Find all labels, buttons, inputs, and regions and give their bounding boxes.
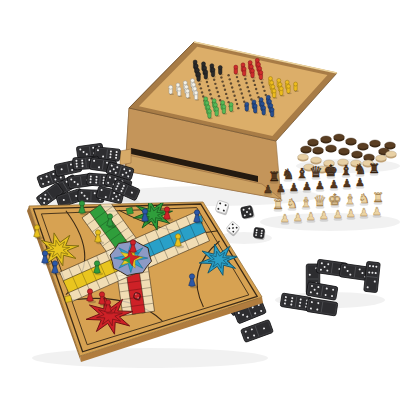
board-hole (250, 98, 252, 100)
domino-chain (280, 259, 380, 316)
board-hole (218, 95, 220, 97)
checker-disc (346, 138, 357, 145)
board-hole (215, 87, 217, 89)
chess-piece: ♟ (280, 212, 290, 225)
board-hole (209, 93, 211, 95)
board-hole (233, 95, 235, 97)
board-hole (255, 88, 257, 90)
board-hole (232, 90, 234, 92)
board-hole (265, 94, 267, 96)
chess-piece: ♟ (372, 205, 382, 218)
chess-pieces: ♜♞♝♛♚♝♞♜♟♟♟♟♟♟♟♟♜♞♝♛♚♝♞♜♟♟♟♟♟♟♟♟ (263, 161, 384, 225)
board-hole (199, 83, 201, 85)
chess-piece: ♟ (302, 180, 312, 193)
chess-piece: ♟ (289, 181, 299, 194)
chess-glyph: ♟ (315, 179, 325, 192)
domino-tile (241, 320, 274, 343)
chess-piece: ♟ (346, 207, 356, 220)
board-hole (227, 74, 229, 76)
board-hole (231, 86, 233, 88)
chess-piece: ♝ (340, 162, 353, 178)
board-hole (263, 90, 265, 92)
chess-glyph: ♟ (306, 210, 316, 223)
chess-glyph: ♞ (286, 196, 298, 211)
board-hole (208, 89, 210, 91)
chess-glyph: ♜ (272, 197, 284, 212)
chess-piece: ♝ (300, 194, 313, 210)
chess-glyph: ♛ (313, 192, 326, 210)
board-hole (217, 91, 219, 93)
board-hole (242, 96, 244, 98)
chess-glyph: ♝ (344, 191, 357, 207)
board-hole (214, 83, 216, 85)
chess-glyph: ♜ (372, 190, 384, 205)
board-hole (221, 80, 223, 82)
board-hole (256, 92, 258, 94)
chess-glyph: ♟ (276, 182, 286, 195)
board-hole (249, 94, 251, 96)
chess-piece: ♞ (354, 161, 367, 177)
board-hole (237, 107, 239, 109)
checker-disc (308, 139, 319, 146)
checker-disc (352, 151, 363, 158)
die-black (253, 227, 266, 240)
board-hole (244, 78, 246, 80)
chess-piece: ♟ (355, 176, 365, 189)
board-hole (247, 86, 249, 88)
board-hole (224, 89, 226, 91)
chess-glyph: ♜ (368, 161, 380, 176)
chess-glyph: ♟ (355, 176, 365, 189)
board-hole (243, 101, 245, 103)
board-hole (225, 93, 227, 95)
board-hole (237, 80, 239, 82)
chess-glyph: ♟ (342, 177, 352, 190)
chess-glyph: ♟ (359, 206, 369, 219)
chess-piece: ♞ (282, 166, 295, 182)
chess-piece: ♜ (372, 190, 384, 205)
drawer-edge (120, 149, 131, 165)
board-hole (226, 97, 228, 99)
board-hole (239, 88, 241, 90)
chess-piece: ♛ (313, 192, 326, 210)
chess-piece: ♟ (293, 211, 303, 224)
chess-piece: ♟ (315, 179, 325, 192)
chess-piece: ♝ (344, 191, 357, 207)
board-hole (238, 84, 240, 86)
board-hole (235, 99, 237, 101)
chess-piece: ♟ (333, 208, 343, 221)
chess-glyph: ♝ (300, 194, 313, 210)
board-hole (236, 103, 238, 105)
checker-disc (321, 136, 332, 143)
checker-disc (326, 145, 337, 152)
chess-glyph: ♟ (372, 205, 382, 218)
checker-disc (339, 148, 350, 155)
checker-disc (358, 143, 369, 150)
chess-glyph: ♝ (340, 162, 353, 178)
domino-tile (364, 261, 381, 292)
checker-disc (298, 154, 309, 161)
chess-glyph: ♟ (319, 209, 329, 222)
shadow (32, 348, 268, 368)
checker-disc (385, 142, 396, 149)
chess-piece: ♟ (263, 183, 273, 196)
board-hole (223, 85, 225, 87)
board-hole (262, 86, 264, 88)
board-hole (257, 96, 259, 98)
checker-disc (301, 146, 312, 153)
board-hole (248, 90, 250, 92)
board-hole (230, 82, 232, 84)
board-hole (207, 85, 209, 87)
chess-glyph: ♟ (293, 211, 303, 224)
board-hole (253, 80, 255, 82)
ludo-board (27, 199, 263, 362)
chess-piece: ♜ (272, 197, 284, 212)
board-hole (220, 76, 222, 78)
chess-piece: ♟ (306, 210, 316, 223)
chess-glyph: ♝ (296, 165, 309, 181)
chess-glyph: ♞ (282, 166, 295, 182)
chess-piece: ♞ (358, 191, 370, 206)
chess-glyph: ♞ (358, 191, 370, 206)
board-hole (206, 81, 208, 83)
checker-disc (313, 147, 324, 154)
start-cell (65, 295, 72, 302)
chess-piece: ♟ (276, 182, 286, 195)
chess-glyph: ♟ (302, 180, 312, 193)
chess-piece: ♟ (342, 177, 352, 190)
board-hole (229, 78, 231, 80)
checker-disc (370, 140, 381, 147)
checker-disc (334, 134, 345, 141)
chess-glyph: ♟ (346, 207, 356, 220)
chess-glyph: ♟ (333, 208, 343, 221)
board-hole (254, 84, 256, 86)
checker-disc (386, 151, 397, 158)
board-hole (200, 87, 202, 89)
scene-canvas: ♜♞♝♛♚♝♞♜♟♟♟♟♟♟♟♟♜♞♝♛♚♝♞♜♟♟♟♟♟♟♟♟ (0, 0, 400, 400)
start-cell (126, 207, 133, 214)
die-black (240, 205, 255, 220)
board-hole (241, 92, 243, 94)
board-hole (245, 82, 247, 84)
chess-piece: ♚ (328, 190, 342, 209)
board-hole (201, 91, 203, 93)
board-hole (261, 81, 263, 83)
chess-piece: ♞ (286, 196, 298, 211)
chess-piece: ♝ (296, 165, 309, 181)
board-hole (213, 79, 215, 81)
chess-glyph: ♟ (289, 181, 299, 194)
chess-piece: ♟ (359, 206, 369, 219)
chess-glyph: ♚ (328, 190, 342, 209)
chess-piece: ♜ (368, 161, 380, 176)
chess-glyph: ♟ (263, 183, 273, 196)
chess-glyph: ♞ (354, 161, 367, 177)
product-photo-game-set: ♜♞♝♛♚♝♞♜♟♟♟♟♟♟♟♟♜♞♝♛♚♝♞♜♟♟♟♟♟♟♟♟ (0, 0, 400, 400)
board-hole (236, 76, 238, 78)
chess-piece: ♟ (319, 209, 329, 222)
chess-glyph: ♟ (280, 212, 290, 225)
